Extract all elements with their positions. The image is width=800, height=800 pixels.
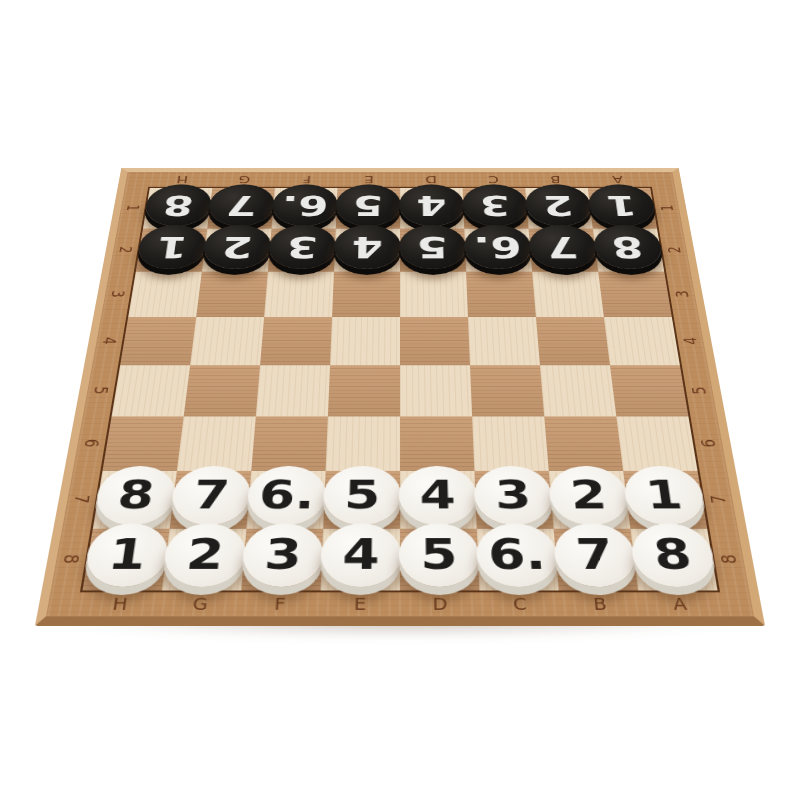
- square-h7[interactable]: 8: [93, 471, 177, 529]
- disc-number: 2: [184, 533, 226, 575]
- file-label-bottom-f: F: [239, 593, 320, 615]
- square-f6[interactable]: [251, 416, 328, 470]
- disc-white-4[interactable]: 4: [399, 466, 478, 525]
- square-a1[interactable]: 1: [588, 188, 657, 229]
- square-f1[interactable]: 6.: [271, 188, 337, 229]
- square-f5[interactable]: [256, 365, 330, 416]
- playing-area: 876.54321123456.78876.54321123456.78: [80, 187, 720, 593]
- disc-number: 4: [342, 533, 380, 575]
- disc-white-4[interactable]: 4: [320, 524, 401, 587]
- square-h2[interactable]: 1: [136, 229, 207, 272]
- square-d2[interactable]: 5: [400, 229, 466, 272]
- game-board: 876.54321123456.78876.54321123456.78 HHG…: [35, 168, 765, 626]
- square-e4[interactable]: [330, 317, 400, 365]
- disc-number: 8: [610, 233, 645, 262]
- square-b6[interactable]: [544, 416, 623, 470]
- disc-white-7[interactable]: 7: [169, 466, 253, 525]
- disc-number: 6.: [281, 192, 329, 220]
- square-c7[interactable]: 3: [474, 471, 553, 529]
- disc-number: 8: [161, 192, 195, 220]
- square-g7[interactable]: 7: [170, 471, 252, 529]
- file-label-bottom-a: A: [638, 593, 721, 615]
- disc-number: 6.: [487, 533, 547, 575]
- square-a2[interactable]: 8: [593, 229, 664, 272]
- file-label-bottom-c: C: [479, 593, 560, 615]
- square-d6[interactable]: [400, 416, 474, 470]
- scene: 876.54321123456.78876.54321123456.78 HHG…: [0, 0, 800, 800]
- square-g3[interactable]: [196, 272, 268, 318]
- disc-white-3[interactable]: 3: [240, 524, 324, 587]
- disc-white-3[interactable]: 3: [473, 466, 554, 525]
- disc-white-5[interactable]: 5: [399, 524, 480, 587]
- square-b8[interactable]: 7: [554, 529, 639, 591]
- square-g8[interactable]: 2: [162, 529, 247, 591]
- square-g2[interactable]: 2: [202, 229, 272, 272]
- disc-white-5[interactable]: 5: [322, 466, 401, 525]
- square-f4[interactable]: [260, 317, 332, 365]
- disc-number: 3: [286, 233, 319, 262]
- disc-white-6[interactable]: 6.: [475, 524, 559, 587]
- disc-black-1[interactable]: 1: [586, 184, 657, 226]
- disc-number: 4: [352, 233, 384, 262]
- square-e3[interactable]: [332, 272, 400, 318]
- disc-black-7[interactable]: 7: [207, 184, 276, 226]
- square-a8[interactable]: 8: [630, 529, 717, 591]
- square-f2[interactable]: 3: [268, 229, 336, 272]
- disc-number: 5: [353, 192, 384, 220]
- disc-black-5[interactable]: 5: [399, 225, 467, 269]
- square-c5[interactable]: [470, 365, 544, 416]
- disc-white-1[interactable]: 1: [621, 466, 707, 525]
- disc-number: 7: [225, 192, 258, 220]
- square-g4[interactable]: [190, 317, 264, 365]
- rank-label-left-6: 6: [53, 433, 130, 453]
- disc-white-8[interactable]: 8: [92, 466, 178, 525]
- disc-white-1[interactable]: 1: [82, 524, 171, 587]
- disc-white-6[interactable]: 6.: [246, 466, 327, 525]
- file-label-bottom-g: G: [159, 593, 241, 615]
- disc-black-6[interactable]: 6.: [463, 225, 533, 269]
- rank-label-left-4: 4: [73, 332, 145, 350]
- square-e5[interactable]: [328, 365, 400, 416]
- rank-label-right-4: 4: [655, 332, 727, 350]
- disc-number: 1: [605, 192, 639, 220]
- rank-label-right-5: 5: [662, 381, 736, 400]
- disc-white-8[interactable]: 8: [629, 524, 718, 587]
- disc-black-2[interactable]: 2: [201, 225, 272, 269]
- square-d5[interactable]: [400, 365, 472, 416]
- disc-black-6[interactable]: 6.: [271, 184, 339, 226]
- disc-number: 8: [115, 475, 157, 514]
- square-d7[interactable]: 4: [400, 471, 477, 529]
- disc-number: 1: [643, 475, 685, 514]
- disc-number: 8: [651, 533, 694, 575]
- disc-number: 2: [220, 233, 254, 262]
- square-b3[interactable]: [532, 272, 604, 318]
- square-d4[interactable]: [400, 317, 470, 365]
- disc-black-5[interactable]: 5: [335, 184, 401, 226]
- disc-number: 5: [420, 533, 458, 575]
- disc-number: 3: [479, 192, 511, 220]
- square-c1[interactable]: 3: [463, 188, 529, 229]
- square-d8[interactable]: 5: [400, 529, 479, 591]
- disc-number: 6.: [258, 475, 316, 514]
- rank-label-right-6: 6: [670, 433, 747, 453]
- square-b4[interactable]: [536, 317, 610, 365]
- disc-number: 6.: [473, 233, 523, 262]
- square-e6[interactable]: [326, 416, 400, 470]
- disc-number: 2: [542, 192, 575, 220]
- disc-black-8[interactable]: 8: [142, 184, 213, 226]
- square-g1[interactable]: 7: [207, 188, 275, 229]
- square-c2[interactable]: 6.: [464, 229, 532, 272]
- file-label-bottom-e: E: [320, 593, 400, 615]
- square-c6[interactable]: [472, 416, 549, 470]
- disc-number: 2: [569, 475, 609, 514]
- square-b7[interactable]: 2: [549, 471, 631, 529]
- square-d3[interactable]: [400, 272, 468, 318]
- square-e7[interactable]: 5: [323, 471, 400, 529]
- disc-number: 1: [106, 533, 149, 575]
- square-f3[interactable]: [264, 272, 334, 318]
- square-f8[interactable]: 3: [241, 529, 323, 591]
- disc-black-3[interactable]: 3: [462, 184, 530, 226]
- square-g6[interactable]: [177, 416, 256, 470]
- square-d1[interactable]: 4: [400, 188, 464, 229]
- file-label-bottom-d: D: [400, 593, 480, 615]
- disc-number: 4: [416, 192, 447, 220]
- disc-black-8[interactable]: 8: [591, 225, 664, 269]
- rank-label-left-5: 5: [63, 381, 137, 400]
- disc-number: 7: [546, 233, 580, 262]
- disc-white-7[interactable]: 7: [552, 524, 639, 587]
- disc-number: 5: [344, 475, 381, 514]
- disc-number: 7: [574, 533, 616, 575]
- square-c3[interactable]: [466, 272, 536, 318]
- file-label-bottom-h: H: [78, 593, 161, 615]
- square-e2[interactable]: 4: [334, 229, 400, 272]
- square-c4[interactable]: [468, 317, 540, 365]
- square-e8[interactable]: 4: [321, 529, 400, 591]
- disc-white-2[interactable]: 2: [547, 466, 631, 525]
- rank-label-right-3: 3: [648, 286, 718, 303]
- disc-black-2[interactable]: 2: [524, 184, 593, 226]
- disc-white-2[interactable]: 2: [161, 524, 248, 587]
- square-b1[interactable]: 2: [525, 188, 593, 229]
- square-c8[interactable]: 6.: [477, 529, 559, 591]
- square-a7[interactable]: 1: [623, 471, 707, 529]
- square-e1[interactable]: 5: [336, 188, 400, 229]
- disc-number: 7: [191, 475, 231, 514]
- disc-black-4[interactable]: 4: [399, 184, 465, 226]
- rank-label-left-3: 3: [83, 286, 153, 303]
- square-f7[interactable]: 6.: [246, 471, 325, 529]
- disc-black-4[interactable]: 4: [333, 225, 401, 269]
- square-g5[interactable]: [184, 365, 260, 416]
- disc-black-7[interactable]: 7: [527, 225, 598, 269]
- disc-number: 5: [417, 233, 449, 262]
- disc-black-3[interactable]: 3: [267, 225, 337, 269]
- disc-number: 3: [263, 533, 303, 575]
- square-h8[interactable]: 1: [82, 529, 169, 591]
- disc-number: 1: [155, 233, 190, 262]
- square-b2[interactable]: 7: [529, 229, 599, 272]
- disc-number: 4: [419, 475, 456, 514]
- file-label-bottom-b: B: [559, 593, 641, 615]
- square-b5[interactable]: [540, 365, 616, 416]
- disc-number: 3: [494, 475, 532, 514]
- square-h1[interactable]: 8: [143, 188, 212, 229]
- disc-black-1[interactable]: 1: [135, 225, 208, 269]
